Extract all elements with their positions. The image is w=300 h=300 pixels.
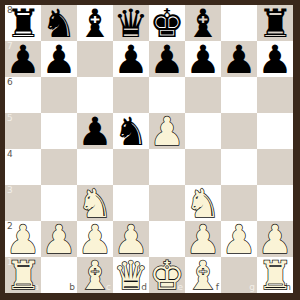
- black-bishop[interactable]: ♝: [77, 5, 113, 41]
- square-c4[interactable]: [77, 149, 113, 185]
- chess-board: 8♜♞♝♛♚♝♜7♟♟♟♟♟♟♟65♟♞♟43♞♞2♟♟♟♟♟♟♟1a♜bc♝d…: [5, 5, 293, 293]
- square-g2[interactable]: ♟: [221, 221, 257, 257]
- square-g3[interactable]: [221, 185, 257, 221]
- square-e6[interactable]: [149, 77, 185, 113]
- square-h2[interactable]: ♟: [257, 221, 293, 257]
- white-pawn[interactable]: ♟: [221, 221, 257, 257]
- white-queen[interactable]: ♛: [113, 257, 149, 293]
- square-b3[interactable]: [41, 185, 77, 221]
- black-king[interactable]: ♚: [149, 5, 185, 41]
- square-d8[interactable]: ♛: [113, 5, 149, 41]
- square-g1[interactable]: g: [221, 257, 257, 293]
- square-c1[interactable]: c♝: [77, 257, 113, 293]
- square-g8[interactable]: [221, 5, 257, 41]
- black-pawn[interactable]: ♟: [221, 41, 257, 77]
- black-queen[interactable]: ♛: [113, 5, 149, 41]
- white-pawn[interactable]: ♟: [5, 221, 41, 257]
- black-pawn[interactable]: ♟: [77, 113, 113, 149]
- square-c7[interactable]: [77, 41, 113, 77]
- square-a2[interactable]: 2♟: [5, 221, 41, 257]
- black-pawn[interactable]: ♟: [113, 41, 149, 77]
- square-f3[interactable]: ♞: [185, 185, 221, 221]
- black-pawn[interactable]: ♟: [257, 41, 293, 77]
- square-f7[interactable]: ♟: [185, 41, 221, 77]
- square-b8[interactable]: ♞: [41, 5, 77, 41]
- black-bishop[interactable]: ♝: [185, 5, 221, 41]
- square-h7[interactable]: ♟: [257, 41, 293, 77]
- white-pawn[interactable]: ♟: [149, 113, 185, 149]
- square-f8[interactable]: ♝: [185, 5, 221, 41]
- square-d1[interactable]: d♛: [113, 257, 149, 293]
- white-bishop[interactable]: ♝: [77, 257, 113, 293]
- rank-label-3: 3: [7, 186, 13, 195]
- square-h8[interactable]: ♜: [257, 5, 293, 41]
- black-pawn[interactable]: ♟: [5, 41, 41, 77]
- file-label-g: g: [249, 283, 255, 292]
- square-e3[interactable]: [149, 185, 185, 221]
- square-a1[interactable]: 1a♜: [5, 257, 41, 293]
- white-pawn[interactable]: ♟: [113, 221, 149, 257]
- white-rook[interactable]: ♜: [5, 257, 41, 293]
- square-g6[interactable]: [221, 77, 257, 113]
- square-f6[interactable]: [185, 77, 221, 113]
- square-a7[interactable]: 7♟: [5, 41, 41, 77]
- square-a5[interactable]: 5: [5, 113, 41, 149]
- square-h3[interactable]: [257, 185, 293, 221]
- black-knight[interactable]: ♞: [41, 5, 77, 41]
- square-b7[interactable]: ♟: [41, 41, 77, 77]
- square-d2[interactable]: ♟: [113, 221, 149, 257]
- square-a4[interactable]: 4: [5, 149, 41, 185]
- square-h5[interactable]: [257, 113, 293, 149]
- square-d3[interactable]: [113, 185, 149, 221]
- square-b2[interactable]: ♟: [41, 221, 77, 257]
- square-c6[interactable]: [77, 77, 113, 113]
- square-d4[interactable]: [113, 149, 149, 185]
- square-a8[interactable]: 8♜: [5, 5, 41, 41]
- white-rook[interactable]: ♜: [257, 257, 293, 293]
- square-f2[interactable]: ♟: [185, 221, 221, 257]
- white-knight[interactable]: ♞: [185, 185, 221, 221]
- square-f4[interactable]: [185, 149, 221, 185]
- square-d5[interactable]: ♞: [113, 113, 149, 149]
- square-a6[interactable]: 6: [5, 77, 41, 113]
- square-a3[interactable]: 3: [5, 185, 41, 221]
- black-knight[interactable]: ♞: [113, 113, 149, 149]
- white-king[interactable]: ♚: [149, 257, 185, 293]
- black-rook[interactable]: ♜: [257, 5, 293, 41]
- black-pawn[interactable]: ♟: [41, 41, 77, 77]
- square-d6[interactable]: [113, 77, 149, 113]
- square-e7[interactable]: ♟: [149, 41, 185, 77]
- square-f5[interactable]: [185, 113, 221, 149]
- square-e1[interactable]: e♚: [149, 257, 185, 293]
- square-e8[interactable]: ♚: [149, 5, 185, 41]
- rank-label-4: 4: [7, 150, 13, 159]
- square-e2[interactable]: [149, 221, 185, 257]
- square-c8[interactable]: ♝: [77, 5, 113, 41]
- chess-board-frame: 8♜♞♝♛♚♝♜7♟♟♟♟♟♟♟65♟♞♟43♞♞2♟♟♟♟♟♟♟1a♜bc♝d…: [0, 0, 300, 300]
- rank-label-6: 6: [7, 78, 13, 87]
- square-e5[interactable]: ♟: [149, 113, 185, 149]
- square-c3[interactable]: ♞: [77, 185, 113, 221]
- square-b1[interactable]: b: [41, 257, 77, 293]
- white-bishop[interactable]: ♝: [185, 257, 221, 293]
- black-rook[interactable]: ♜: [5, 5, 41, 41]
- square-h4[interactable]: [257, 149, 293, 185]
- square-h1[interactable]: h♜: [257, 257, 293, 293]
- square-c5[interactable]: ♟: [77, 113, 113, 149]
- white-pawn[interactable]: ♟: [77, 221, 113, 257]
- black-pawn[interactable]: ♟: [185, 41, 221, 77]
- square-g4[interactable]: [221, 149, 257, 185]
- file-label-b: b: [69, 283, 75, 292]
- square-b5[interactable]: [41, 113, 77, 149]
- square-c2[interactable]: ♟: [77, 221, 113, 257]
- white-pawn[interactable]: ♟: [257, 221, 293, 257]
- square-b6[interactable]: [41, 77, 77, 113]
- white-pawn[interactable]: ♟: [185, 221, 221, 257]
- black-pawn[interactable]: ♟: [149, 41, 185, 77]
- square-h6[interactable]: [257, 77, 293, 113]
- white-pawn[interactable]: ♟: [41, 221, 77, 257]
- square-b4[interactable]: [41, 149, 77, 185]
- square-g5[interactable]: [221, 113, 257, 149]
- rank-label-5: 5: [7, 114, 13, 123]
- square-f1[interactable]: f♝: [185, 257, 221, 293]
- square-g7[interactable]: ♟: [221, 41, 257, 77]
- square-d7[interactable]: ♟: [113, 41, 149, 77]
- white-knight[interactable]: ♞: [77, 185, 113, 221]
- square-e4[interactable]: [149, 149, 185, 185]
